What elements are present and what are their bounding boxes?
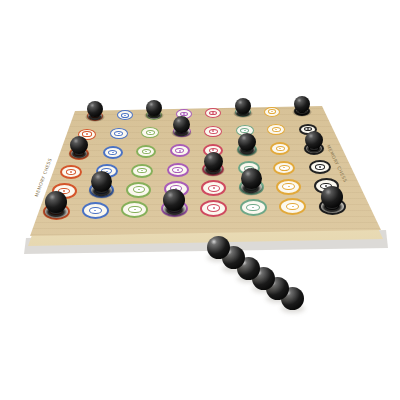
marble-tray — [0, 0, 400, 400]
product-photo: MEMORY CHESS MEMORY CHESS — [0, 0, 400, 400]
tray-marble-1[interactable] — [207, 236, 230, 259]
